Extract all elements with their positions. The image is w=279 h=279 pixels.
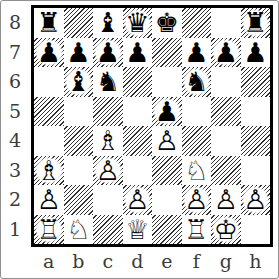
file-label-c: c (93, 248, 123, 274)
black-queen-d8[interactable]: ♛ (123, 8, 153, 38)
square-g4[interactable] (211, 126, 241, 156)
square-e3[interactable] (152, 156, 182, 186)
square-h6[interactable] (241, 67, 271, 97)
black-pawn-e5[interactable]: ♟ (152, 97, 182, 127)
white-rook-a1[interactable]: ♖ (34, 215, 64, 245)
black-pawn-f7[interactable]: ♟ (182, 38, 212, 68)
square-b4[interactable] (64, 126, 94, 156)
square-c1[interactable] (93, 215, 123, 245)
rank-label-6: 6 (1, 67, 29, 97)
square-e8[interactable]: ♚ (152, 8, 182, 38)
chess-diagram: 87654321 ♜♝♛♚♜♟♟♟♟♟♟♟♝♞♞♟♗♙♗♙♘♙♙♙♙♙♖♘♕♖♔… (0, 0, 279, 279)
square-f3[interactable]: ♘ (182, 156, 212, 186)
black-pawn-a7[interactable]: ♟ (34, 38, 64, 68)
square-b3[interactable] (64, 156, 94, 186)
square-a6[interactable] (34, 67, 64, 97)
square-a2[interactable]: ♙ (34, 185, 64, 215)
white-rook-f1[interactable]: ♖ (182, 215, 212, 245)
black-pawn-b7[interactable]: ♟ (64, 38, 94, 68)
square-h3[interactable] (241, 156, 271, 186)
square-f4[interactable] (182, 126, 212, 156)
square-a3[interactable]: ♗ (34, 156, 64, 186)
square-b5[interactable] (64, 97, 94, 127)
square-e7[interactable] (152, 38, 182, 68)
square-f8[interactable] (182, 8, 212, 38)
rank-label-8: 8 (1, 8, 29, 38)
square-e2[interactable] (152, 185, 182, 215)
square-c2[interactable] (93, 185, 123, 215)
white-knight-f3[interactable]: ♘ (182, 156, 212, 186)
square-g1[interactable]: ♔ (211, 215, 241, 245)
square-e5[interactable]: ♟ (152, 97, 182, 127)
square-f5[interactable] (182, 97, 212, 127)
square-f6[interactable]: ♞ (182, 67, 212, 97)
white-bishop-a3[interactable]: ♗ (34, 156, 64, 186)
rank-label-3: 3 (1, 156, 29, 186)
square-b8[interactable] (64, 8, 94, 38)
square-d4[interactable] (123, 126, 153, 156)
square-a5[interactable] (34, 97, 64, 127)
square-h7[interactable]: ♟ (241, 38, 271, 68)
square-f1[interactable]: ♖ (182, 215, 212, 245)
square-c5[interactable] (93, 97, 123, 127)
white-knight-b1[interactable]: ♘ (64, 215, 94, 245)
white-pawn-f2[interactable]: ♙ (182, 185, 212, 215)
black-bishop-c8[interactable]: ♝ (93, 8, 123, 38)
square-e6[interactable] (152, 67, 182, 97)
white-queen-d1[interactable]: ♕ (123, 215, 153, 245)
square-d8[interactable]: ♛ (123, 8, 153, 38)
square-h4[interactable] (241, 126, 271, 156)
rank-label-2: 2 (1, 185, 29, 215)
square-g7[interactable]: ♟ (211, 38, 241, 68)
white-pawn-e4[interactable]: ♙ (152, 126, 182, 156)
white-bishop-c4[interactable]: ♗ (93, 126, 123, 156)
file-label-a: a (34, 248, 64, 274)
white-pawn-c3[interactable]: ♙ (93, 156, 123, 186)
square-g6[interactable] (211, 67, 241, 97)
square-d2[interactable]: ♙ (123, 185, 153, 215)
white-pawn-h2[interactable]: ♙ (241, 185, 271, 215)
file-label-d: d (123, 248, 153, 274)
square-c7[interactable]: ♟ (93, 38, 123, 68)
square-b1[interactable]: ♘ (64, 215, 94, 245)
black-king-e8[interactable]: ♚ (152, 8, 182, 38)
black-rook-a8[interactable]: ♜ (34, 8, 64, 38)
white-pawn-a2[interactable]: ♙ (34, 185, 64, 215)
rank-label-7: 7 (1, 38, 29, 68)
square-g3[interactable] (211, 156, 241, 186)
rank-label-1: 1 (1, 215, 29, 245)
square-e4[interactable]: ♙ (152, 126, 182, 156)
square-d5[interactable] (123, 97, 153, 127)
file-label-e: e (152, 248, 182, 274)
square-c4[interactable]: ♗ (93, 126, 123, 156)
file-labels: abcdefgh (34, 248, 270, 274)
chess-board: ♜♝♛♚♜♟♟♟♟♟♟♟♝♞♞♟♗♙♗♙♘♙♙♙♙♙♖♘♕♖♔ (31, 5, 273, 247)
square-h2[interactable]: ♙ (241, 185, 271, 215)
square-a8[interactable]: ♜ (34, 8, 64, 38)
white-pawn-d2[interactable]: ♙ (123, 185, 153, 215)
square-e1[interactable] (152, 215, 182, 245)
square-a7[interactable]: ♟ (34, 38, 64, 68)
square-d3[interactable] (123, 156, 153, 186)
file-label-f: f (182, 248, 212, 274)
black-rook-h8[interactable]: ♜ (241, 8, 271, 38)
square-b2[interactable] (64, 185, 94, 215)
square-a4[interactable] (34, 126, 64, 156)
white-pawn-g2[interactable]: ♙ (211, 185, 241, 215)
black-knight-c6[interactable]: ♞ (93, 67, 123, 97)
black-pawn-c7[interactable]: ♟ (93, 38, 123, 68)
file-label-g: g (211, 248, 241, 274)
square-d7[interactable]: ♟ (123, 38, 153, 68)
black-pawn-h7[interactable]: ♟ (241, 38, 271, 68)
square-d1[interactable]: ♕ (123, 215, 153, 245)
square-h5[interactable] (241, 97, 271, 127)
file-label-h: h (241, 248, 271, 274)
square-b6[interactable]: ♝ (64, 67, 94, 97)
square-c6[interactable]: ♞ (93, 67, 123, 97)
square-g8[interactable] (211, 8, 241, 38)
file-label-b: b (64, 248, 94, 274)
rank-label-4: 4 (1, 126, 29, 156)
square-g2[interactable]: ♙ (211, 185, 241, 215)
square-h8[interactable]: ♜ (241, 8, 271, 38)
rank-labels: 87654321 (1, 8, 29, 244)
square-c8[interactable]: ♝ (93, 8, 123, 38)
square-f2[interactable]: ♙ (182, 185, 212, 215)
square-f7[interactable]: ♟ (182, 38, 212, 68)
black-pawn-g7[interactable]: ♟ (211, 38, 241, 68)
black-bishop-b6[interactable]: ♝ (64, 67, 94, 97)
black-pawn-d7[interactable]: ♟ (123, 38, 153, 68)
square-a1[interactable]: ♖ (34, 215, 64, 245)
black-knight-f6[interactable]: ♞ (182, 67, 212, 97)
square-b7[interactable]: ♟ (64, 38, 94, 68)
square-d6[interactable] (123, 67, 153, 97)
rank-label-5: 5 (1, 97, 29, 127)
square-h1[interactable] (241, 215, 271, 245)
square-g5[interactable] (211, 97, 241, 127)
white-king-g1[interactable]: ♔ (211, 215, 241, 245)
square-c3[interactable]: ♙ (93, 156, 123, 186)
